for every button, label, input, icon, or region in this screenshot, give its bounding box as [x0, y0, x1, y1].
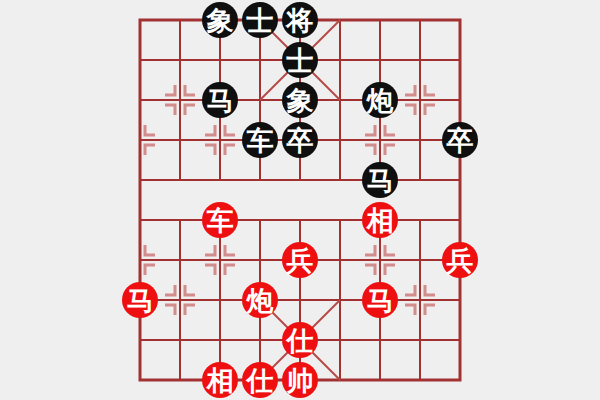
- piece-red-soldier[interactable]: 兵: [442, 242, 478, 278]
- piece-grid: 象士将士马象炮车卒卒马车相兵兵马炮马仕相仕帅: [120, 0, 480, 400]
- piece-red-advisor[interactable]: 仕: [242, 362, 278, 398]
- piece-black-soldier[interactable]: 卒: [442, 122, 478, 158]
- piece-black-horse[interactable]: 马: [202, 82, 238, 118]
- piece-black-chariot[interactable]: 车: [242, 122, 278, 158]
- piece-black-advisor[interactable]: 士: [242, 2, 278, 38]
- piece-black-general[interactable]: 将: [282, 2, 318, 38]
- piece-black-elephant[interactable]: 象: [282, 82, 318, 118]
- piece-red-general[interactable]: 帅: [282, 362, 318, 398]
- piece-black-elephant[interactable]: 象: [202, 2, 238, 38]
- xiangqi-diagram: 象士将士马象炮车卒卒马车相兵兵马炮马仕相仕帅: [0, 0, 600, 400]
- piece-black-soldier[interactable]: 卒: [282, 122, 318, 158]
- piece-red-horse[interactable]: 马: [122, 282, 158, 318]
- piece-red-chariot[interactable]: 车: [202, 202, 238, 238]
- piece-black-advisor[interactable]: 士: [282, 42, 318, 78]
- piece-red-cannon[interactable]: 炮: [242, 282, 278, 318]
- piece-red-horse[interactable]: 马: [362, 282, 398, 318]
- piece-red-soldier[interactable]: 兵: [282, 242, 318, 278]
- piece-red-elephant[interactable]: 相: [362, 202, 398, 238]
- piece-red-advisor[interactable]: 仕: [282, 322, 318, 358]
- piece-black-horse[interactable]: 马: [362, 162, 398, 198]
- piece-black-cannon[interactable]: 炮: [362, 82, 398, 118]
- piece-red-elephant[interactable]: 相: [202, 362, 238, 398]
